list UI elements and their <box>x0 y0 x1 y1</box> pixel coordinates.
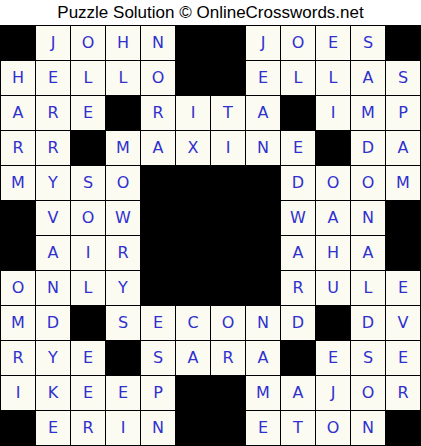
letter-cell: L <box>351 271 386 306</box>
letter-cell: D <box>351 131 386 166</box>
letter-cell: S <box>351 341 386 376</box>
letter-cell: A <box>1 96 36 131</box>
letter-cell: A <box>351 61 386 96</box>
black-cell <box>1 201 36 236</box>
letter-cell: O <box>71 201 106 236</box>
puzzle-solution-page: Puzzle Solution © OnlineCrosswords.net J… <box>0 0 421 446</box>
letter-cell: N <box>351 201 386 236</box>
letter-cell: A <box>36 236 71 271</box>
letter-cell: K <box>36 376 71 411</box>
letter-cell: N <box>141 26 176 61</box>
black-cell <box>246 236 281 271</box>
letter-cell: R <box>36 96 71 131</box>
letter-cell: T <box>211 96 246 131</box>
letter-cell: V <box>386 306 421 341</box>
letter-cell: E <box>246 61 281 96</box>
letter-cell: P <box>386 96 421 131</box>
letter-cell: E <box>386 341 421 376</box>
letter-cell: L <box>316 61 351 96</box>
letter-cell: M <box>1 306 36 341</box>
black-cell <box>246 271 281 306</box>
letter-cell: V <box>36 201 71 236</box>
letter-cell: S <box>386 61 421 96</box>
letter-cell: E <box>316 26 351 61</box>
black-cell <box>176 271 211 306</box>
letter-cell: E <box>141 306 176 341</box>
black-cell <box>176 376 211 411</box>
black-cell <box>211 376 246 411</box>
letter-cell: O <box>316 166 351 201</box>
letter-cell: O <box>351 376 386 411</box>
black-cell <box>176 201 211 236</box>
black-cell <box>141 166 176 201</box>
black-cell <box>211 26 246 61</box>
black-cell <box>176 61 211 96</box>
black-cell <box>211 166 246 201</box>
black-cell <box>141 271 176 306</box>
letter-cell: L <box>106 61 141 96</box>
letter-cell: N <box>141 411 176 446</box>
letter-cell: A <box>316 201 351 236</box>
black-cell <box>316 306 351 341</box>
black-cell <box>106 96 141 131</box>
letter-cell: I <box>106 411 141 446</box>
letter-cell: M <box>246 376 281 411</box>
letter-cell: J <box>316 376 351 411</box>
letter-cell: D <box>351 306 386 341</box>
letter-cell: M <box>106 131 141 166</box>
letter-cell: L <box>71 271 106 306</box>
letter-cell: E <box>106 376 141 411</box>
letter-cell: M <box>386 166 421 201</box>
letter-cell: J <box>246 26 281 61</box>
letter-cell: Y <box>36 166 71 201</box>
black-cell <box>211 61 246 96</box>
letter-cell: J <box>36 26 71 61</box>
letter-cell: W <box>281 201 316 236</box>
letter-cell: A <box>141 131 176 166</box>
letter-cell: T <box>281 411 316 446</box>
letter-cell: O <box>106 166 141 201</box>
letter-cell: C <box>176 306 211 341</box>
letter-cell: M <box>351 96 386 131</box>
letter-cell: N <box>36 271 71 306</box>
letter-cell: R <box>281 271 316 306</box>
letter-cell: L <box>71 61 106 96</box>
black-cell <box>386 236 421 271</box>
letter-cell: D <box>281 306 316 341</box>
letter-cell: U <box>316 271 351 306</box>
letter-cell: R <box>141 96 176 131</box>
letter-cell: E <box>316 341 351 376</box>
letter-cell: O <box>316 411 351 446</box>
letter-cell: Y <box>106 271 141 306</box>
page-title: Puzzle Solution © OnlineCrosswords.net <box>0 0 421 25</box>
letter-cell: I <box>71 236 106 271</box>
letter-cell: S <box>106 306 141 341</box>
letter-cell: O <box>1 271 36 306</box>
black-cell <box>281 341 316 376</box>
letter-cell: S <box>141 341 176 376</box>
letter-cell: H <box>106 26 141 61</box>
letter-cell: S <box>351 26 386 61</box>
letter-cell: O <box>281 26 316 61</box>
letter-cell: N <box>351 411 386 446</box>
letter-cell: A <box>281 236 316 271</box>
letter-cell: R <box>71 411 106 446</box>
letter-cell: R <box>386 376 421 411</box>
letter-cell: Y <box>36 341 71 376</box>
letter-cell: R <box>1 131 36 166</box>
black-cell <box>176 411 211 446</box>
letter-cell: I <box>316 96 351 131</box>
letter-cell: P <box>141 376 176 411</box>
letter-cell: R <box>1 341 36 376</box>
letter-cell: D <box>36 306 71 341</box>
black-cell <box>1 236 36 271</box>
black-cell <box>176 166 211 201</box>
letter-cell: E <box>281 131 316 166</box>
letter-cell: E <box>71 376 106 411</box>
letter-cell: R <box>211 341 246 376</box>
black-cell <box>211 201 246 236</box>
letter-cell: E <box>36 411 71 446</box>
black-cell <box>106 341 141 376</box>
letter-cell: I <box>1 376 36 411</box>
letter-cell: I <box>176 96 211 131</box>
letter-cell: D <box>281 166 316 201</box>
black-cell <box>1 26 36 61</box>
letter-cell: E <box>246 411 281 446</box>
letter-cell: O <box>71 26 106 61</box>
letter-cell: E <box>36 61 71 96</box>
letter-cell: E <box>71 96 106 131</box>
letter-cell: E <box>386 271 421 306</box>
letter-cell: A <box>386 131 421 166</box>
letter-cell: M <box>1 166 36 201</box>
letter-cell: H <box>316 236 351 271</box>
letter-cell: A <box>281 376 316 411</box>
black-cell <box>281 96 316 131</box>
letter-cell: E <box>71 341 106 376</box>
black-cell <box>176 26 211 61</box>
black-cell <box>176 236 211 271</box>
black-cell <box>141 201 176 236</box>
letter-cell: L <box>281 61 316 96</box>
black-cell <box>71 306 106 341</box>
black-cell <box>211 236 246 271</box>
letter-cell: O <box>211 306 246 341</box>
letter-cell: W <box>106 201 141 236</box>
letter-cell: O <box>351 166 386 201</box>
letter-cell: N <box>246 306 281 341</box>
letter-cell: O <box>141 61 176 96</box>
letter-cell: S <box>71 166 106 201</box>
letter-cell: A <box>176 341 211 376</box>
letter-cell: A <box>351 236 386 271</box>
black-cell <box>141 236 176 271</box>
letter-cell: A <box>246 341 281 376</box>
black-cell <box>211 271 246 306</box>
letter-cell: H <box>1 61 36 96</box>
black-cell <box>246 201 281 236</box>
letter-cell: X <box>176 131 211 166</box>
black-cell <box>386 411 421 446</box>
black-cell <box>316 131 351 166</box>
letter-cell: R <box>106 236 141 271</box>
black-cell <box>386 201 421 236</box>
black-cell <box>246 166 281 201</box>
crossword-grid: JOHNJOESHELLOELLASARERITAIMPRRMAXINEDAMY… <box>0 25 421 446</box>
black-cell <box>1 411 36 446</box>
letter-cell: R <box>36 131 71 166</box>
letter-cell: N <box>246 131 281 166</box>
black-cell <box>211 411 246 446</box>
letter-cell: A <box>246 96 281 131</box>
black-cell <box>386 26 421 61</box>
black-cell <box>71 131 106 166</box>
letter-cell: I <box>211 131 246 166</box>
